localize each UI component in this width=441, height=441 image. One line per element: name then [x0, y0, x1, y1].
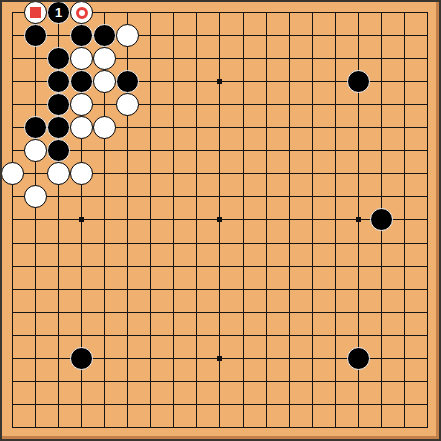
grid-line-horizontal [12, 289, 428, 290]
star-point [217, 79, 222, 84]
square-marker-icon [30, 7, 41, 18]
black-stone[interactable] [116, 70, 139, 93]
circle-marker-icon [76, 7, 88, 19]
grid-line-horizontal [12, 312, 428, 313]
black-stone[interactable] [47, 139, 70, 162]
black-stone[interactable] [47, 93, 70, 116]
black-stone[interactable] [24, 116, 47, 139]
white-stone[interactable] [24, 1, 47, 24]
white-stone[interactable] [93, 70, 116, 93]
grid-line-horizontal [12, 381, 428, 382]
white-stone[interactable] [116, 24, 139, 47]
black-stone[interactable] [347, 70, 370, 93]
black-stone[interactable] [24, 24, 47, 47]
white-stone[interactable] [70, 1, 93, 24]
black-stone[interactable]: 1 [47, 1, 70, 24]
grid-line-vertical [335, 12, 336, 428]
white-stone[interactable] [70, 47, 93, 70]
black-stone[interactable] [47, 47, 70, 70]
white-stone[interactable] [1, 162, 24, 185]
grid-line-horizontal [12, 335, 428, 336]
grid-line-horizontal [12, 243, 428, 244]
grid-line-vertical [266, 12, 267, 428]
black-stone[interactable] [70, 70, 93, 93]
white-stone[interactable] [93, 116, 116, 139]
black-stone[interactable] [70, 347, 93, 370]
black-stone[interactable] [47, 116, 70, 139]
grid-line-horizontal [12, 404, 428, 405]
white-stone[interactable] [70, 162, 93, 185]
black-stone[interactable] [93, 24, 116, 47]
star-point [79, 217, 84, 222]
star-point [217, 217, 222, 222]
white-stone[interactable] [70, 93, 93, 116]
black-stone[interactable] [347, 347, 370, 370]
grid-line-vertical [404, 12, 405, 428]
star-point [356, 217, 361, 222]
white-stone[interactable] [47, 162, 70, 185]
white-stone[interactable] [70, 116, 93, 139]
grid-line-horizontal [12, 266, 428, 267]
go-board[interactable]: 1 [0, 0, 441, 441]
move-number-label: 1 [55, 6, 62, 19]
grid-line-horizontal [12, 427, 428, 428]
star-point [217, 356, 222, 361]
grid-line-vertical [289, 12, 290, 428]
grid-line-vertical [427, 12, 428, 428]
white-stone[interactable] [24, 185, 47, 208]
grid-line-vertical [312, 12, 313, 428]
white-stone[interactable] [93, 47, 116, 70]
grid-line-vertical [243, 12, 244, 428]
black-stone[interactable] [47, 70, 70, 93]
white-stone[interactable] [24, 139, 47, 162]
black-stone[interactable] [70, 24, 93, 47]
black-stone[interactable] [370, 208, 393, 231]
white-stone[interactable] [116, 93, 139, 116]
